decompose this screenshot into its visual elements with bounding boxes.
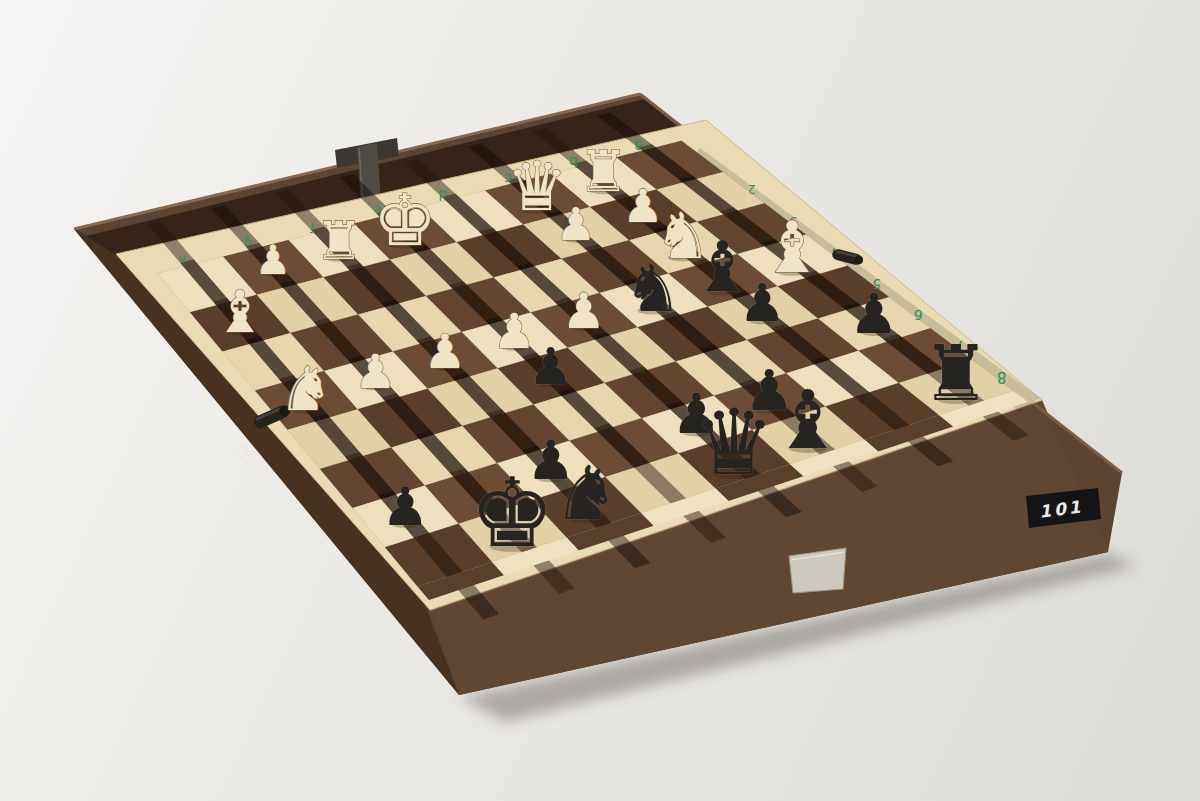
- travel-chess-set-photo: hgfedcba2345678101♚♛♜♜♟♝♟♟♞♝♞♟♟♟♟♝♞♟♟♟♟♟…: [0, 0, 1200, 801]
- rank-label-8: 8: [997, 368, 1007, 386]
- file-label-d: d: [439, 187, 447, 202]
- photo-backdrop: hgfedcba2345678101♚♛♜♜♟♝♟♟♞♝♞♟♟♟♟♝♞♟♟♟♟♟…: [0, 0, 1200, 801]
- piece-black-knight-f8: ♞: [553, 450, 620, 537]
- file-label-a: a: [634, 137, 643, 155]
- piece-white-king-e1: ♚: [373, 179, 437, 262]
- piece-white-pawn-g4: ♟: [354, 344, 396, 399]
- piece-black-pawn-e5: ♟: [528, 337, 573, 396]
- piece-white-knight-h4: ♞: [279, 353, 334, 424]
- file-label-b: b: [569, 154, 578, 170]
- piece-black-pawn-b5: ♟: [739, 272, 786, 333]
- piece-white-pawn-g1: ♟: [255, 236, 291, 284]
- piece-black-knight-c4: ♞: [624, 250, 683, 326]
- rank-label-6: 6: [914, 307, 923, 323]
- rank-label-2: 2: [748, 182, 755, 196]
- piece-black-pawn-h7: ♟: [381, 476, 429, 537]
- piece-white-rook-f1: ♜: [315, 210, 362, 271]
- piece-white-pawn-f4: ♟: [423, 324, 466, 379]
- file-label-g: g: [244, 236, 251, 250]
- file-label-h: h: [178, 252, 185, 265]
- latch-plate: [789, 548, 846, 593]
- piece-black-king-g8: ♚: [469, 458, 554, 568]
- piece-white-pawn-c2: ♟: [555, 198, 596, 251]
- piece-black-rook-a8: ♜: [921, 329, 990, 418]
- piece-white-rook-b1: ♜: [578, 139, 628, 204]
- piece-white-pawn-d4: ♟: [562, 282, 606, 340]
- piece-black-bishop-c8: ♝: [772, 373, 845, 467]
- piece-black-pawn-a6: ♟: [849, 282, 899, 346]
- piece-black-queen-d8: ♛: [693, 389, 775, 496]
- file-label-f: f: [310, 220, 315, 234]
- piece-white-bishop-h2: ♝: [214, 278, 266, 346]
